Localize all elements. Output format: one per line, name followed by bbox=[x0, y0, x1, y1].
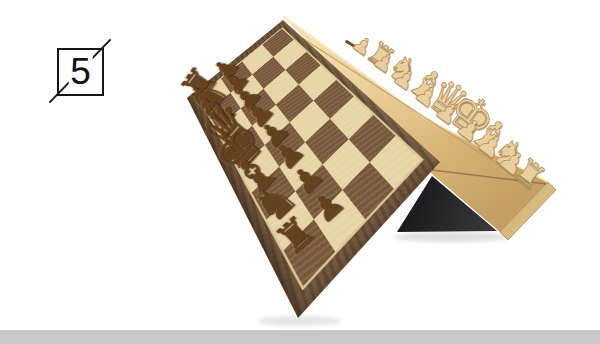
ground-shadow-right-panel bbox=[394, 232, 510, 242]
ground-shadow-board-tip bbox=[257, 316, 341, 326]
latch-slot bbox=[345, 40, 356, 48]
item-number-badge: 5 bbox=[57, 48, 104, 96]
badge-number: 5 bbox=[68, 53, 93, 90]
product-photo-chess-set[interactable]: 5 ♜♞♝♛♚♝♞♜♟♟♟♟♟♟♟♟♜♞♝♛♚♝♞♜♟♟♟♟♟♟♟♟ bbox=[0, 0, 600, 344]
page-divider-bar bbox=[0, 330, 600, 344]
